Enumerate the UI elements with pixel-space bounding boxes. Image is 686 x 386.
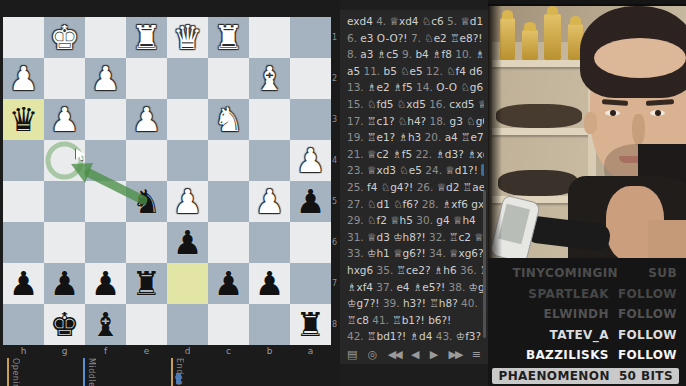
rank-label-7: 7 [332, 263, 340, 304]
square-h2[interactable]: ♟ [3, 58, 44, 99]
white-bishop-b2[interactable]: ♝ [249, 58, 290, 99]
move-line-4[interactable]: a5 11. b5 ♘e5 12. ♘f4 d6 [347, 63, 484, 80]
notification-username: SPARTLEAK [528, 287, 609, 301]
playback-position-marker [176, 373, 181, 384]
rank-label-4: 4 [332, 140, 340, 181]
file-label-b: b [249, 346, 290, 357]
move-line-11[interactable]: 25. f4 ♘g4?! 26. ♕d2 ♖ae8 [347, 179, 484, 196]
black-rook-a8[interactable]: ♜ [290, 304, 331, 345]
rank-label-3: 3 [332, 99, 340, 140]
streamer-ear [584, 112, 597, 134]
notification-elwindh: ELWINDHFOLLOW [541, 306, 679, 322]
square-a3[interactable] [290, 99, 331, 140]
square-d4[interactable] [167, 140, 208, 181]
white-rook-c1[interactable]: ♜ [208, 17, 249, 58]
notification-status: SUB [627, 266, 677, 280]
streamer-forehead [594, 38, 686, 78]
square-a7[interactable] [290, 263, 331, 304]
black-pawn-c7[interactable]: ♟ [208, 263, 249, 304]
next-move-button[interactable]: ▶ [430, 348, 438, 361]
square-c3[interactable]: ♞ [208, 99, 249, 140]
rank-label-8: 8 [332, 304, 340, 345]
square-g2[interactable] [44, 58, 85, 99]
file-label-h: h [3, 346, 44, 357]
square-h4[interactable] [3, 140, 44, 181]
move-line-6[interactable]: 15. ♘fd5 ♘xd5 16. cxd5 ♕d7 [347, 96, 484, 113]
board-section: ♚♜♛♜♟♟♝♛♟♟♞♟♞♟♟♟♟♟♟♟♜♟♟♚♝♜ 12345678 hgfe… [0, 0, 340, 386]
square-d2[interactable] [167, 58, 208, 99]
webcam-video [488, 4, 686, 258]
stream-layout: ♚♜♛♜♟♟♝♛♟♟♞♟♞♟♟♟♟♟♟♟♜♟♟♚♝♜ 12345678 hgfe… [0, 0, 686, 386]
black-pawn-g7[interactable]: ♟ [44, 263, 85, 304]
stream-column: TINYCOMINGINSUBSPARTLEAKFOLLOWELWINDHFOL… [488, 0, 686, 386]
square-a4[interactable]: ♟ [290, 140, 331, 181]
square-b4[interactable] [249, 140, 290, 181]
notification-username: TINYCOMINGIN [512, 266, 618, 280]
square-g3[interactable]: ♟ [44, 99, 85, 140]
first-move-button[interactable]: ◀◀ [388, 348, 401, 361]
notification-row: PHAENOMENON50 BITS [488, 366, 679, 386]
move-line-17[interactable]: ♗xf4 37. e4 ♗e5?! 38. ♔g2? [347, 279, 484, 296]
square-h3[interactable]: ♛ [3, 99, 44, 140]
move-line-2[interactable]: 6. e3 O-O?! 7. ♘e2 ♖e8?! [347, 30, 484, 47]
square-a5[interactable]: ♟ [290, 181, 331, 222]
phase-label: Opening [11, 358, 20, 386]
square-b3[interactable] [249, 99, 290, 140]
move-line-3[interactable]: 8. a3 ♗c5 9. b4 ♗f8 10. ♗b2 [347, 46, 484, 63]
forearm [648, 220, 686, 258]
square-h6[interactable] [3, 222, 44, 263]
notification-username: BAZZILISKS [526, 348, 609, 362]
move-line-1[interactable]: exd4 4. ♕xd4 ♘c6 5. ♕d1 ♗b4 [347, 13, 484, 30]
panel-bottom-gap [340, 364, 488, 386]
square-c5[interactable] [208, 181, 249, 222]
notification-row: TINYCOMINGINSUB [488, 263, 679, 284]
notification-bazzilisks: BAZZILISKSFOLLOW [524, 347, 679, 363]
black-rook-e7[interactable]: ♜ [126, 263, 167, 304]
square-c8[interactable] [208, 304, 249, 345]
notification-status: 50 BITS [619, 369, 673, 383]
rank-label-2: 2 [332, 58, 340, 99]
trophy-2 [522, 30, 538, 60]
last-move-button[interactable]: ▶▶ [449, 348, 462, 361]
square-g4[interactable] [44, 140, 85, 181]
square-b2[interactable]: ♝ [249, 58, 290, 99]
square-e5[interactable]: ♞ [126, 181, 167, 222]
rank-label-1: 1 [332, 17, 340, 58]
black-knight-e5[interactable]: ♞ [126, 181, 167, 222]
chess-board[interactable]: ♚♜♛♜♟♟♝♛♟♟♞♟♞♟♟♟♟♟♟♟♜♟♟♚♝♜ [3, 17, 331, 345]
book-icon[interactable]: ▤ [347, 348, 357, 361]
notification-row: SPARTLEAKFOLLOW [488, 284, 679, 305]
move-line-15[interactable]: 33. ♔h1 ♕g6?! 34. ♕xg6? [347, 245, 484, 262]
notification-row: TATEV_AFOLLOW [488, 325, 679, 346]
square-a8[interactable]: ♜ [290, 304, 331, 345]
square-g7[interactable]: ♟ [44, 263, 85, 304]
move-list-scrollbar[interactable] [483, 190, 486, 338]
move-line-13[interactable]: 29. ♘f2 ♕h5 30. g4 ♕h4 [347, 212, 484, 229]
notification-status: FOLLOW [618, 307, 677, 321]
file-coordinates: hgfedcba [3, 346, 331, 357]
black-pawn-d6[interactable]: ♟ [167, 222, 208, 263]
square-f2[interactable]: ♟ [85, 58, 126, 99]
square-b5[interactable]: ♟ [249, 181, 290, 222]
white-pawn-e3[interactable]: ♟ [126, 99, 167, 140]
square-b6[interactable] [249, 222, 290, 263]
square-f4[interactable] [85, 140, 126, 181]
square-e8[interactable] [126, 304, 167, 345]
black-pawn-h7[interactable]: ♟ [3, 263, 44, 304]
panel-top-gap [340, 0, 488, 10]
rank-label-6: 6 [332, 222, 340, 263]
file-label-e: e [126, 346, 167, 357]
square-d5[interactable]: ♟ [167, 181, 208, 222]
square-f3[interactable] [85, 99, 126, 140]
notification-username: ELWINDH [543, 307, 608, 321]
notification-tatev_a: TATEV_AFOLLOW [548, 327, 679, 343]
phase-label: Middlegame [87, 358, 96, 386]
square-h7[interactable]: ♟ [3, 263, 44, 304]
notification-username: TATEV_A [550, 328, 609, 342]
square-e1[interactable]: ♜ [126, 17, 167, 58]
white-queen-d1[interactable]: ♛ [167, 17, 208, 58]
square-a2[interactable] [290, 58, 331, 99]
replay-controls: ▤◎◀◀◀▶▶▶≡ [340, 344, 488, 364]
rank-label-5: 5 [332, 181, 340, 222]
square-e2[interactable] [126, 58, 167, 99]
notification-phaenomenon: PHAENOMENON50 BITS [492, 368, 679, 384]
square-g1[interactable]: ♚ [44, 17, 85, 58]
move-line-20[interactable]: 42. ♖bd1?! ♗d4 43. ♔f3? [347, 328, 484, 343]
move-line-16[interactable]: hxg6 35. ♖ce2? ♗h6 36. ♖c2? [347, 262, 484, 279]
square-a6[interactable] [290, 222, 331, 263]
follower-notifications: TINYCOMINGINSUBSPARTLEAKFOLLOWELWINDHFOL… [488, 258, 686, 386]
square-f1[interactable] [85, 17, 126, 58]
notification-status: FOLLOW [618, 328, 677, 342]
black-pawn-a5[interactable]: ♟ [290, 181, 331, 222]
white-pawn-d5[interactable]: ♟ [167, 181, 208, 222]
square-g8[interactable]: ♚ [44, 304, 85, 345]
white-knight-c3[interactable]: ♞ [208, 99, 249, 140]
white-pawn-g3[interactable]: ♟ [44, 99, 85, 140]
trophy-3 [544, 14, 561, 60]
black-pawn-b7[interactable]: ♟ [249, 263, 290, 304]
shelf-board-mid [492, 128, 596, 135]
square-d3[interactable] [167, 99, 208, 140]
move-line-5[interactable]: 13. ♗e2 ♗f5 14. O-O ♘g6 [347, 79, 484, 96]
white-pawn-f2[interactable]: ♟ [85, 58, 126, 99]
move-line-14[interactable]: 31. ♕d3 ♔h8?! 32. ♖c2 ♕h6?! [347, 229, 484, 246]
square-c4[interactable] [208, 140, 249, 181]
white-king-g1[interactable]: ♚ [44, 17, 85, 58]
square-f7[interactable]: ♟ [85, 263, 126, 304]
game-phase-timeline[interactable]: OpeningMiddlegameEndgame [3, 358, 331, 386]
prev-move-button[interactable]: ◀ [411, 348, 419, 361]
phase-endgame[interactable]: Endgame [171, 358, 184, 386]
file-label-d: d [167, 346, 208, 357]
phase-middlegame[interactable]: Middlegame [83, 358, 96, 386]
move-line-12[interactable]: 27. ♘d1 ♘f6? 28. ♗xf6 gxf6 [347, 196, 484, 213]
square-f5[interactable] [85, 181, 126, 222]
square-d6[interactable]: ♟ [167, 222, 208, 263]
video-vignette [488, 4, 502, 258]
file-label-c: c [208, 346, 249, 357]
nose [632, 114, 645, 146]
notification-tinycomingin: TINYCOMINGINSUB [510, 265, 679, 281]
shelf-items-dark [496, 104, 582, 128]
square-b1[interactable] [249, 17, 290, 58]
trophy-1 [500, 18, 515, 60]
square-h1[interactable] [3, 17, 44, 58]
white-rook-e1[interactable]: ♜ [126, 17, 167, 58]
square-d1[interactable]: ♛ [167, 17, 208, 58]
square-a1[interactable] [290, 17, 331, 58]
black-bishop-f8[interactable]: ♝ [85, 304, 126, 345]
phase-opening[interactable]: Opening [7, 358, 20, 386]
square-c1[interactable]: ♜ [208, 17, 249, 58]
rank-coordinates: 12345678 [332, 17, 340, 345]
square-h8[interactable] [3, 304, 44, 345]
current-move[interactable]: ♕h3 [481, 164, 484, 176]
right-pupil [655, 110, 661, 116]
square-c6[interactable] [208, 222, 249, 263]
black-queen-h3[interactable]: ♛ [3, 99, 44, 140]
move-list[interactable]: exd4 4. ♕xd4 ♘c6 5. ♕d1 ♗b46. e3 O-O?! 7… [347, 13, 484, 343]
notification-row: BAZZILISKSFOLLOW [488, 345, 679, 366]
square-c7[interactable]: ♟ [208, 263, 249, 304]
square-b7[interactable]: ♟ [249, 263, 290, 304]
square-h5[interactable] [3, 181, 44, 222]
notification-row: ELWINDHFOLLOW [488, 304, 679, 325]
notification-spartleak: SPARTLEAKFOLLOW [526, 286, 679, 302]
white-pawn-h2[interactable]: ♟ [3, 58, 44, 99]
move-line-8[interactable]: 19. ♖e1? ♗h3 20. a4 ♖e7 [347, 129, 484, 146]
square-e3[interactable]: ♟ [126, 99, 167, 140]
square-e7[interactable]: ♜ [126, 263, 167, 304]
square-g6[interactable] [44, 222, 85, 263]
move-line-9[interactable]: 21. ♕c2 ♗f5 22. ♗d3? ♗xd3 [347, 146, 484, 163]
square-b8[interactable] [249, 304, 290, 345]
notification-username: PHAENOMENON [498, 369, 609, 383]
square-e4[interactable] [126, 140, 167, 181]
square-e6[interactable] [126, 222, 167, 263]
file-label-g: g [44, 346, 85, 357]
white-pawn-b5[interactable]: ♟ [249, 181, 290, 222]
left-pupil [610, 110, 616, 116]
white-pawn-a4[interactable]: ♟ [290, 140, 331, 181]
square-c2[interactable] [208, 58, 249, 99]
file-label-f: f [85, 346, 126, 357]
menu-icon[interactable]: ≡ [472, 348, 481, 361]
square-g5[interactable] [44, 181, 85, 222]
square-f6[interactable] [85, 222, 126, 263]
file-label-a: a [290, 346, 331, 357]
move-line-7[interactable]: 17. ♖c1? ♘h4? 18. g3 ♘g6?! [347, 113, 484, 130]
record-icon[interactable]: ◎ [368, 348, 378, 361]
shelf-items-dark2 [498, 170, 578, 196]
move-line-18[interactable]: ♔g7?! 39. h3?! ♖h8? 40. ♘d3 [347, 295, 484, 312]
move-line-19[interactable]: ♖c8 41. ♖b1?! b6?! [347, 312, 484, 329]
square-d7[interactable] [167, 263, 208, 304]
video-top-border [488, 4, 686, 6]
black-pawn-f7[interactable]: ♟ [85, 263, 126, 304]
notification-status: FOLLOW [618, 348, 677, 362]
move-line-10[interactable]: 23. ♕xd3 ♘e5 24. ♕d1?! ♕h3 [347, 162, 484, 179]
notification-status: FOLLOW [618, 287, 677, 301]
square-d8[interactable] [167, 304, 208, 345]
black-king-g8[interactable]: ♚ [44, 304, 85, 345]
square-f8[interactable]: ♝ [85, 304, 126, 345]
move-list-panel: exd4 4. ♕xd4 ♘c6 5. ♕d1 ♗b46. e3 O-O?! 7… [340, 0, 488, 386]
